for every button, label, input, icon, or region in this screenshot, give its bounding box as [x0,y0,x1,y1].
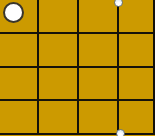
board-cell[interactable] [119,34,155,68]
board-cell[interactable] [0,68,39,101]
board-grid [0,0,155,135]
board-cell[interactable] [79,101,119,135]
board-cell[interactable] [0,101,39,135]
white-stone[interactable] [3,2,24,23]
board-cell[interactable] [0,34,39,68]
board-cell[interactable] [119,0,155,34]
board-cell[interactable] [119,101,155,135]
board-cell[interactable] [39,34,79,68]
board-cell[interactable] [39,0,79,34]
board-cell[interactable] [39,101,79,135]
board-cell[interactable] [119,68,155,101]
go-board[interactable] [0,0,155,136]
board-cell[interactable] [79,68,119,101]
board-cell[interactable] [39,68,79,101]
board-cell[interactable] [79,34,119,68]
white-stone[interactable] [116,129,125,136]
board-cell[interactable] [79,0,119,34]
